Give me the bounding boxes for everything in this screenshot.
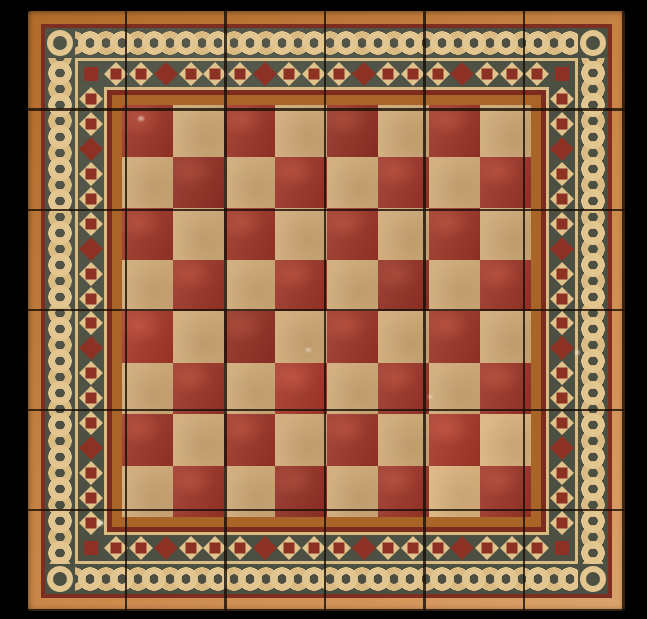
diamond-maroon	[549, 336, 575, 361]
board-square-a2	[122, 414, 173, 466]
diamond-shape	[79, 436, 103, 460]
diamond-inner-square	[557, 119, 568, 130]
board-square-b3	[173, 363, 224, 415]
diamond-cream	[78, 162, 104, 187]
diamond-inner-square	[136, 543, 147, 554]
diamond-cream	[104, 535, 129, 561]
diamond-maroon	[78, 336, 104, 361]
diamond-cream	[78, 510, 104, 535]
diamond-cream	[302, 535, 327, 561]
diamond-cream	[475, 61, 500, 87]
board-square-b2	[173, 414, 224, 466]
diamond-cream	[475, 535, 500, 561]
photo-background	[0, 0, 647, 619]
diamond-inner-square	[234, 69, 245, 80]
diamond-cream	[78, 460, 104, 485]
diamond-corner-square	[549, 61, 575, 87]
diamond-inner-square	[407, 543, 418, 554]
board-square-d2	[275, 414, 326, 466]
board-square-h7	[480, 157, 531, 209]
diamond-inner-square	[86, 119, 97, 130]
diamond-inner-square	[557, 293, 568, 304]
diamond-shape	[79, 336, 103, 360]
diamond-cream	[376, 535, 401, 561]
maroon-square	[84, 67, 98, 81]
diamond-inner-square	[482, 69, 493, 80]
diamond-maroon	[78, 137, 104, 162]
diamond-band-bottom	[104, 535, 549, 561]
board-square-e4	[327, 311, 378, 363]
diamond-cream	[549, 187, 575, 212]
diamond-shape	[253, 62, 277, 86]
diamond-cream	[78, 361, 104, 386]
board-square-f3	[378, 363, 429, 415]
board-square-a5	[122, 260, 173, 312]
board-square-g1	[429, 466, 480, 518]
board-square-g3	[429, 363, 480, 415]
maroon-square	[555, 67, 569, 81]
board-square-a3	[122, 363, 173, 415]
diamond-cream	[549, 87, 575, 112]
diamond-inner-square	[284, 543, 295, 554]
diamond-inner-square	[86, 268, 97, 279]
diamond-inner-square	[309, 69, 320, 80]
diamond-corner-square	[78, 61, 104, 87]
diamond-cream	[549, 460, 575, 485]
diamond-cream	[376, 61, 401, 87]
diamond-cream	[129, 535, 154, 561]
board-square-d7	[275, 157, 326, 209]
diamond-cream	[78, 286, 104, 311]
diamond-maroon	[549, 435, 575, 460]
diamond-shape	[154, 62, 178, 86]
diamond-shape	[154, 536, 178, 560]
diamond-inner-square	[86, 194, 97, 205]
diamond-inner-square	[557, 393, 568, 404]
board-square-h8	[480, 105, 531, 157]
diamond-inner-square	[136, 69, 147, 80]
diamond-inner-square	[557, 194, 568, 205]
diamond-shape	[352, 536, 376, 560]
board-square-h4	[480, 311, 531, 363]
diamond-maroon	[78, 236, 104, 261]
diamond-inner-square	[86, 418, 97, 429]
checkerboard	[122, 105, 531, 517]
diamond-inner-square	[86, 368, 97, 379]
board-square-e3	[327, 363, 378, 415]
diamond-cream	[326, 61, 351, 87]
board-square-g6	[429, 208, 480, 260]
diamond-cream	[524, 61, 549, 87]
board-square-e8	[327, 105, 378, 157]
board-square-h1	[480, 466, 531, 518]
diamond-inner-square	[506, 543, 517, 554]
board-square-a1	[122, 466, 173, 518]
diamond-inner-square	[557, 467, 568, 478]
board-square-g8	[429, 105, 480, 157]
board-square-b1	[173, 466, 224, 518]
board-square-c2	[224, 414, 275, 466]
diamond-inner-square	[210, 543, 221, 554]
board-square-a6	[122, 208, 173, 260]
diamond-inner-square	[185, 69, 196, 80]
diamond-cream	[78, 112, 104, 137]
board-square-c4	[224, 311, 275, 363]
diamond-cream	[401, 61, 426, 87]
board-square-d5	[275, 260, 326, 312]
diamond-inner-square	[111, 69, 122, 80]
diamond-inner-square	[506, 69, 517, 80]
diamond-inner-square	[86, 293, 97, 304]
diamond-cream	[78, 87, 104, 112]
diamond-corner-square	[78, 535, 104, 561]
diamond-inner-square	[86, 94, 97, 105]
diamond-inner-square	[432, 69, 443, 80]
diamond-cream	[549, 361, 575, 386]
guilloche-corner-ring	[47, 30, 73, 56]
board-square-a8	[122, 105, 173, 157]
board-square-d6	[275, 208, 326, 260]
diamond-cream	[549, 485, 575, 510]
board-square-c8	[224, 105, 275, 157]
diamond-inner-square	[383, 69, 394, 80]
diamond-cream	[129, 61, 154, 87]
board-square-a7	[122, 157, 173, 209]
diamond-maroon	[450, 61, 475, 87]
diamond-cream	[228, 535, 253, 561]
guilloche-band-left	[45, 58, 75, 564]
diamond-inner-square	[86, 492, 97, 503]
diamond-cream	[203, 535, 228, 561]
board-square-b6	[173, 208, 224, 260]
diamond-cream	[78, 311, 104, 336]
diamond-inner-square	[557, 169, 568, 180]
board-square-d1	[275, 466, 326, 518]
diamond-cream	[78, 485, 104, 510]
board-square-d8	[275, 105, 326, 157]
diamond-maroon	[450, 535, 475, 561]
diamond-corner-square	[549, 535, 575, 561]
diamond-shape	[550, 237, 574, 261]
diamond-inner-square	[557, 418, 568, 429]
board-square-f8	[378, 105, 429, 157]
diamond-inner-square	[557, 94, 568, 105]
diamond-shape	[550, 436, 574, 460]
diamond-cream	[78, 187, 104, 212]
board-square-b8	[173, 105, 224, 157]
board-square-b4	[173, 311, 224, 363]
diamond-cream	[549, 411, 575, 436]
diamond-band-right	[549, 87, 575, 535]
diamond-inner-square	[309, 543, 320, 554]
diamond-cream	[401, 535, 426, 561]
diamond-shape	[450, 62, 474, 86]
guilloche-corner-ring	[580, 30, 606, 56]
diamond-maroon	[351, 535, 376, 561]
diamond-cream	[549, 162, 575, 187]
diamond-inner-square	[407, 69, 418, 80]
board-square-a4	[122, 311, 173, 363]
diamond-cream	[277, 535, 302, 561]
diamond-cream	[549, 261, 575, 286]
diamond-shape	[352, 62, 376, 86]
diamond-shape	[450, 536, 474, 560]
guilloche-band-top	[75, 28, 578, 58]
diamond-maroon	[153, 61, 178, 87]
diamond-maroon	[252, 61, 277, 87]
diamond-cream	[549, 112, 575, 137]
board-square-f2	[378, 414, 429, 466]
diamond-shape	[253, 536, 277, 560]
diamond-cream	[549, 510, 575, 535]
diamond-cream	[228, 61, 253, 87]
board-square-g5	[429, 260, 480, 312]
diamond-inner-square	[111, 543, 122, 554]
diamond-band-left	[78, 87, 104, 535]
diamond-inner-square	[284, 69, 295, 80]
diamond-band-top	[104, 61, 549, 87]
diamond-inner-square	[86, 169, 97, 180]
diamond-cream	[549, 386, 575, 411]
board-square-b7	[173, 157, 224, 209]
diamond-cream	[203, 61, 228, 87]
diamond-shape	[79, 237, 103, 261]
board-square-f1	[378, 466, 429, 518]
diamond-shape	[550, 336, 574, 360]
board-square-g2	[429, 414, 480, 466]
diamond-inner-square	[383, 543, 394, 554]
board-square-c7	[224, 157, 275, 209]
diamond-cream	[78, 411, 104, 436]
diamond-inner-square	[210, 69, 221, 80]
diamond-inner-square	[432, 543, 443, 554]
diamond-inner-square	[86, 467, 97, 478]
board-square-e7	[327, 157, 378, 209]
diamond-cream	[326, 535, 351, 561]
diamond-cream	[178, 61, 203, 87]
diamond-inner-square	[86, 218, 97, 229]
diamond-cream	[549, 211, 575, 236]
diamond-inner-square	[333, 543, 344, 554]
diamond-cream	[178, 535, 203, 561]
board-square-f7	[378, 157, 429, 209]
guilloche-band-bottom	[75, 564, 578, 594]
board-square-f5	[378, 260, 429, 312]
diamond-cream	[549, 286, 575, 311]
diamond-maroon	[252, 535, 277, 561]
diamond-shape	[550, 137, 574, 161]
diamond-cream	[500, 535, 525, 561]
diamond-maroon	[153, 535, 178, 561]
diamond-inner-square	[333, 69, 344, 80]
diamond-cream	[104, 61, 129, 87]
diamond-inner-square	[234, 543, 245, 554]
diamond-maroon	[78, 435, 104, 460]
guilloche-band-right	[578, 58, 608, 564]
diamond-cream	[549, 311, 575, 336]
board-square-c5	[224, 260, 275, 312]
diamond-maroon	[549, 236, 575, 261]
diamond-shape	[79, 137, 103, 161]
board-square-d3	[275, 363, 326, 415]
diamond-inner-square	[557, 318, 568, 329]
board-square-c6	[224, 208, 275, 260]
diamond-cream	[500, 61, 525, 87]
diamond-inner-square	[557, 268, 568, 279]
board-square-f4	[378, 311, 429, 363]
diamond-inner-square	[557, 218, 568, 229]
board-square-h6	[480, 208, 531, 260]
diamond-inner-square	[557, 492, 568, 503]
maroon-square	[84, 541, 98, 555]
board-square-e6	[327, 208, 378, 260]
diamond-cream	[78, 386, 104, 411]
board-square-c1	[224, 466, 275, 518]
diamond-inner-square	[185, 543, 196, 554]
board-square-d4	[275, 311, 326, 363]
board-square-g7	[429, 157, 480, 209]
board-square-f6	[378, 208, 429, 260]
board-square-c3	[224, 363, 275, 415]
diamond-inner-square	[86, 393, 97, 404]
diamond-cream	[78, 211, 104, 236]
diamond-maroon	[549, 137, 575, 162]
diamond-cream	[425, 535, 450, 561]
maroon-square	[555, 541, 569, 555]
diamond-inner-square	[557, 368, 568, 379]
diamond-cream	[524, 535, 549, 561]
board-square-h5	[480, 260, 531, 312]
board-square-g4	[429, 311, 480, 363]
diamond-inner-square	[557, 517, 568, 528]
diamond-cream	[277, 61, 302, 87]
board-square-h3	[480, 363, 531, 415]
diamond-inner-square	[531, 69, 542, 80]
board-square-e5	[327, 260, 378, 312]
guilloche-corner-ring	[580, 566, 606, 592]
board-square-e2	[327, 414, 378, 466]
diamond-cream	[425, 61, 450, 87]
guilloche-corner-ring	[47, 566, 73, 592]
board-square-e1	[327, 466, 378, 518]
diamond-inner-square	[531, 543, 542, 554]
diamond-maroon	[351, 61, 376, 87]
tile-panel	[28, 11, 625, 611]
board-square-b5	[173, 260, 224, 312]
board-square-h2	[480, 414, 531, 466]
diamond-inner-square	[86, 318, 97, 329]
diamond-cream	[78, 261, 104, 286]
diamond-inner-square	[482, 543, 493, 554]
diamond-cream	[302, 61, 327, 87]
diamond-inner-square	[86, 517, 97, 528]
